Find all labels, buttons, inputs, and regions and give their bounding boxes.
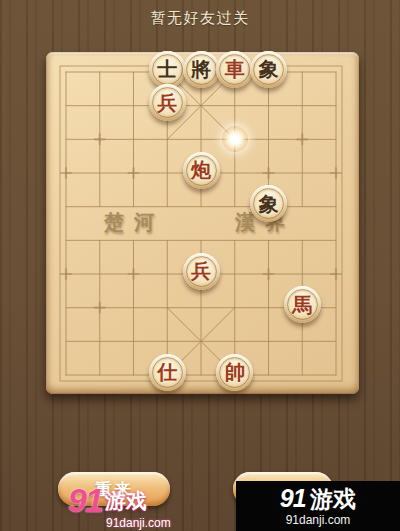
watermark-black-site: 91danji.com xyxy=(236,513,400,527)
piece-black-elephant[interactable]: 象 xyxy=(250,185,287,222)
piece-black-advisor[interactable]: 士 xyxy=(149,51,186,88)
piece-black-elephant[interactable]: 象 xyxy=(250,51,287,88)
piece-red-soldier[interactable]: 兵 xyxy=(149,84,186,121)
piece-red-horse[interactable]: 馬 xyxy=(284,286,321,323)
piece-black-general[interactable]: 將 xyxy=(183,51,220,88)
restart-button[interactable]: 重来 xyxy=(58,472,170,506)
page-title: 暂无好友过关 xyxy=(0,9,400,28)
piece-red-chariot[interactable]: 車 xyxy=(216,51,253,88)
watermark-pink-site: 91danji.com xyxy=(106,516,171,530)
piece-red-cannon[interactable]: 炮 xyxy=(183,152,220,189)
pieces-layer: 士將車象兵炮象兵馬仕帥 xyxy=(46,52,359,394)
covered-right-button[interactable] xyxy=(233,472,333,506)
piece-red-general[interactable]: 帥 xyxy=(216,354,253,391)
piece-red-advisor[interactable]: 仕 xyxy=(149,354,186,391)
xiangqi-board[interactable]: 楚河 漢界 士將車象兵炮象兵馬仕帥 xyxy=(46,52,359,394)
piece-red-soldier[interactable]: 兵 xyxy=(183,253,220,290)
